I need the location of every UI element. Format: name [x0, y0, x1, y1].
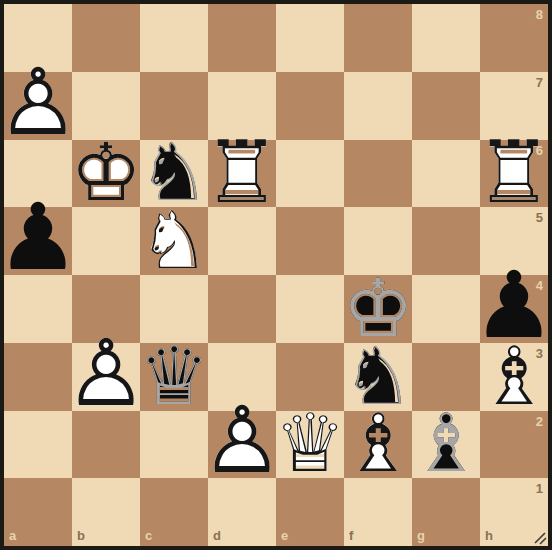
- square-g6[interactable]: [412, 140, 480, 208]
- queen-glyph-fill: ♛: [276, 411, 344, 479]
- bishop-glyph-fill: ♝: [344, 411, 412, 479]
- square-d6[interactable]: ♜♖: [208, 140, 276, 208]
- board-frame: 8♟♙7♚♔♞♘♜♖♜♖6♟♙♞♘5♚♔♟♙4♟♙♛♕♞♘♝♗3♟♙♛♕♝♗♝♗…: [0, 0, 552, 550]
- white-rook[interactable]: ♜♖: [480, 139, 548, 207]
- square-a5[interactable]: ♟♙: [4, 207, 72, 275]
- coord-rank-7: 7: [536, 75, 543, 90]
- square-c5[interactable]: ♞♘: [140, 207, 208, 275]
- coord-file-c: c: [145, 528, 152, 543]
- square-g1[interactable]: g: [412, 478, 480, 546]
- square-a2[interactable]: [4, 411, 72, 479]
- chess-board: 8♟♙7♚♔♞♘♜♖♜♖6♟♙♞♘5♚♔♟♙4♟♙♛♕♞♘♝♗3♟♙♛♕♝♗♝♗…: [4, 4, 548, 546]
- square-f3[interactable]: ♞♘: [344, 343, 412, 411]
- square-h6[interactable]: ♜♖6: [480, 140, 548, 208]
- king-glyph-fill: ♚: [344, 275, 412, 343]
- queen-glyph-fill: ♛: [140, 343, 208, 411]
- square-h5[interactable]: 5: [480, 207, 548, 275]
- square-h7[interactable]: 7: [480, 72, 548, 140]
- square-a6[interactable]: [4, 140, 72, 208]
- square-g8[interactable]: [412, 4, 480, 72]
- white-knight[interactable]: ♞♘: [140, 207, 208, 275]
- bishop-glyph-fill: ♝: [412, 411, 480, 479]
- white-rook[interactable]: ♜♖: [208, 139, 276, 207]
- square-e1[interactable]: e: [276, 478, 344, 546]
- white-pawn[interactable]: ♟♙: [4, 69, 72, 137]
- square-g7[interactable]: [412, 72, 480, 140]
- black-queen[interactable]: ♛♕: [140, 343, 208, 411]
- square-a3[interactable]: [4, 343, 72, 411]
- square-f4[interactable]: ♚♔: [344, 275, 412, 343]
- square-g3[interactable]: [412, 343, 480, 411]
- square-c4[interactable]: [140, 275, 208, 343]
- square-b2[interactable]: [72, 411, 140, 479]
- square-d5[interactable]: [208, 207, 276, 275]
- pawn-glyph-outline: ♙: [4, 69, 72, 137]
- square-d8[interactable]: [208, 4, 276, 72]
- square-b8[interactable]: [72, 4, 140, 72]
- white-bishop[interactable]: ♝♗: [480, 343, 548, 411]
- knight-glyph-fill: ♞: [344, 343, 412, 411]
- coord-file-h: h: [485, 528, 493, 543]
- bishop-glyph-outline: ♗: [344, 411, 412, 479]
- square-e2[interactable]: ♛♕: [276, 411, 344, 479]
- coord-file-g: g: [417, 528, 425, 543]
- pawn-glyph-fill: ♟: [480, 272, 548, 340]
- square-b3[interactable]: ♟♙: [72, 343, 140, 411]
- pawn-glyph-fill: ♟: [72, 340, 140, 408]
- coord-rank-1: 1: [536, 481, 543, 496]
- board-resize-handle[interactable]: [533, 531, 547, 545]
- bishop-glyph-outline: ♗: [412, 411, 480, 479]
- square-a8[interactable]: [4, 4, 72, 72]
- square-g4[interactable]: [412, 275, 480, 343]
- black-king[interactable]: ♚♔: [344, 275, 412, 343]
- king-glyph-outline: ♔: [344, 275, 412, 343]
- square-g2[interactable]: ♝♗: [412, 411, 480, 479]
- white-pawn[interactable]: ♟♙: [208, 408, 276, 476]
- queen-glyph-outline: ♕: [276, 411, 344, 479]
- rook-glyph-fill: ♜: [480, 139, 548, 207]
- knight-glyph-outline: ♘: [140, 140, 208, 208]
- black-bishop[interactable]: ♝♗: [412, 411, 480, 479]
- square-e7[interactable]: [276, 72, 344, 140]
- coord-file-e: e: [281, 528, 288, 543]
- square-c2[interactable]: [140, 411, 208, 479]
- coord-rank-8: 8: [536, 7, 543, 22]
- white-queen[interactable]: ♛♕: [276, 411, 344, 479]
- square-b1[interactable]: b: [72, 478, 140, 546]
- square-e8[interactable]: [276, 4, 344, 72]
- bishop-glyph-fill: ♝: [480, 343, 548, 411]
- square-b6[interactable]: ♚♔: [72, 140, 140, 208]
- square-d2[interactable]: ♟♙: [208, 411, 276, 479]
- square-e3[interactable]: [276, 343, 344, 411]
- square-b5[interactable]: [72, 207, 140, 275]
- square-c1[interactable]: c: [140, 478, 208, 546]
- knight-glyph-fill: ♞: [140, 207, 208, 275]
- coord-file-f: f: [349, 528, 353, 543]
- coord-file-b: b: [77, 528, 85, 543]
- king-glyph-fill: ♚: [72, 140, 140, 208]
- square-d1[interactable]: d: [208, 478, 276, 546]
- square-h2[interactable]: 2: [480, 411, 548, 479]
- black-knight[interactable]: ♞♘: [344, 343, 412, 411]
- square-c7[interactable]: [140, 72, 208, 140]
- coord-file-d: d: [213, 528, 221, 543]
- square-h4[interactable]: ♟♙4: [480, 275, 548, 343]
- white-bishop[interactable]: ♝♗: [344, 411, 412, 479]
- knight-glyph-outline: ♘: [344, 343, 412, 411]
- pawn-glyph-fill: ♟: [4, 69, 72, 137]
- square-e6[interactable]: [276, 140, 344, 208]
- square-a1[interactable]: a: [4, 478, 72, 546]
- black-knight[interactable]: ♞♘: [140, 140, 208, 208]
- square-f7[interactable]: [344, 72, 412, 140]
- white-king[interactable]: ♚♔: [72, 140, 140, 208]
- square-a7[interactable]: ♟♙: [4, 72, 72, 140]
- square-f8[interactable]: [344, 4, 412, 72]
- square-g5[interactable]: [412, 207, 480, 275]
- square-d7[interactable]: [208, 72, 276, 140]
- king-glyph-outline: ♔: [72, 140, 140, 208]
- coord-rank-2: 2: [536, 414, 543, 429]
- square-c3[interactable]: ♛♕: [140, 343, 208, 411]
- pawn-glyph-outline: ♙: [72, 340, 140, 408]
- square-c8[interactable]: [140, 4, 208, 72]
- square-b4[interactable]: [72, 275, 140, 343]
- pawn-glyph-fill: ♟: [4, 204, 72, 272]
- coord-rank-5: 5: [536, 210, 543, 225]
- square-d4[interactable]: [208, 275, 276, 343]
- black-pawn[interactable]: ♟♙: [480, 272, 548, 340]
- queen-glyph-outline: ♕: [140, 343, 208, 411]
- square-c6[interactable]: ♞♘: [140, 140, 208, 208]
- square-f2[interactable]: ♝♗: [344, 411, 412, 479]
- square-a4[interactable]: [4, 275, 72, 343]
- pawn-glyph-outline: ♙: [208, 408, 276, 476]
- coord-file-a: a: [9, 528, 16, 543]
- square-b7[interactable]: [72, 72, 140, 140]
- square-e5[interactable]: [276, 207, 344, 275]
- rook-glyph-outline: ♖: [480, 139, 548, 207]
- bishop-glyph-outline: ♗: [480, 343, 548, 411]
- white-pawn[interactable]: ♟♙: [72, 340, 140, 408]
- square-f6[interactable]: [344, 140, 412, 208]
- square-f1[interactable]: f: [344, 478, 412, 546]
- black-pawn[interactable]: ♟♙: [4, 204, 72, 272]
- rook-glyph-outline: ♖: [208, 139, 276, 207]
- square-f5[interactable]: [344, 207, 412, 275]
- knight-glyph-fill: ♞: [140, 140, 208, 208]
- square-e4[interactable]: [276, 275, 344, 343]
- square-d3[interactable]: [208, 343, 276, 411]
- square-h3[interactable]: ♝♗3: [480, 343, 548, 411]
- pawn-glyph-fill: ♟: [208, 408, 276, 476]
- knight-glyph-outline: ♘: [140, 207, 208, 275]
- rook-glyph-fill: ♜: [208, 139, 276, 207]
- square-h8[interactable]: 8: [480, 4, 548, 72]
